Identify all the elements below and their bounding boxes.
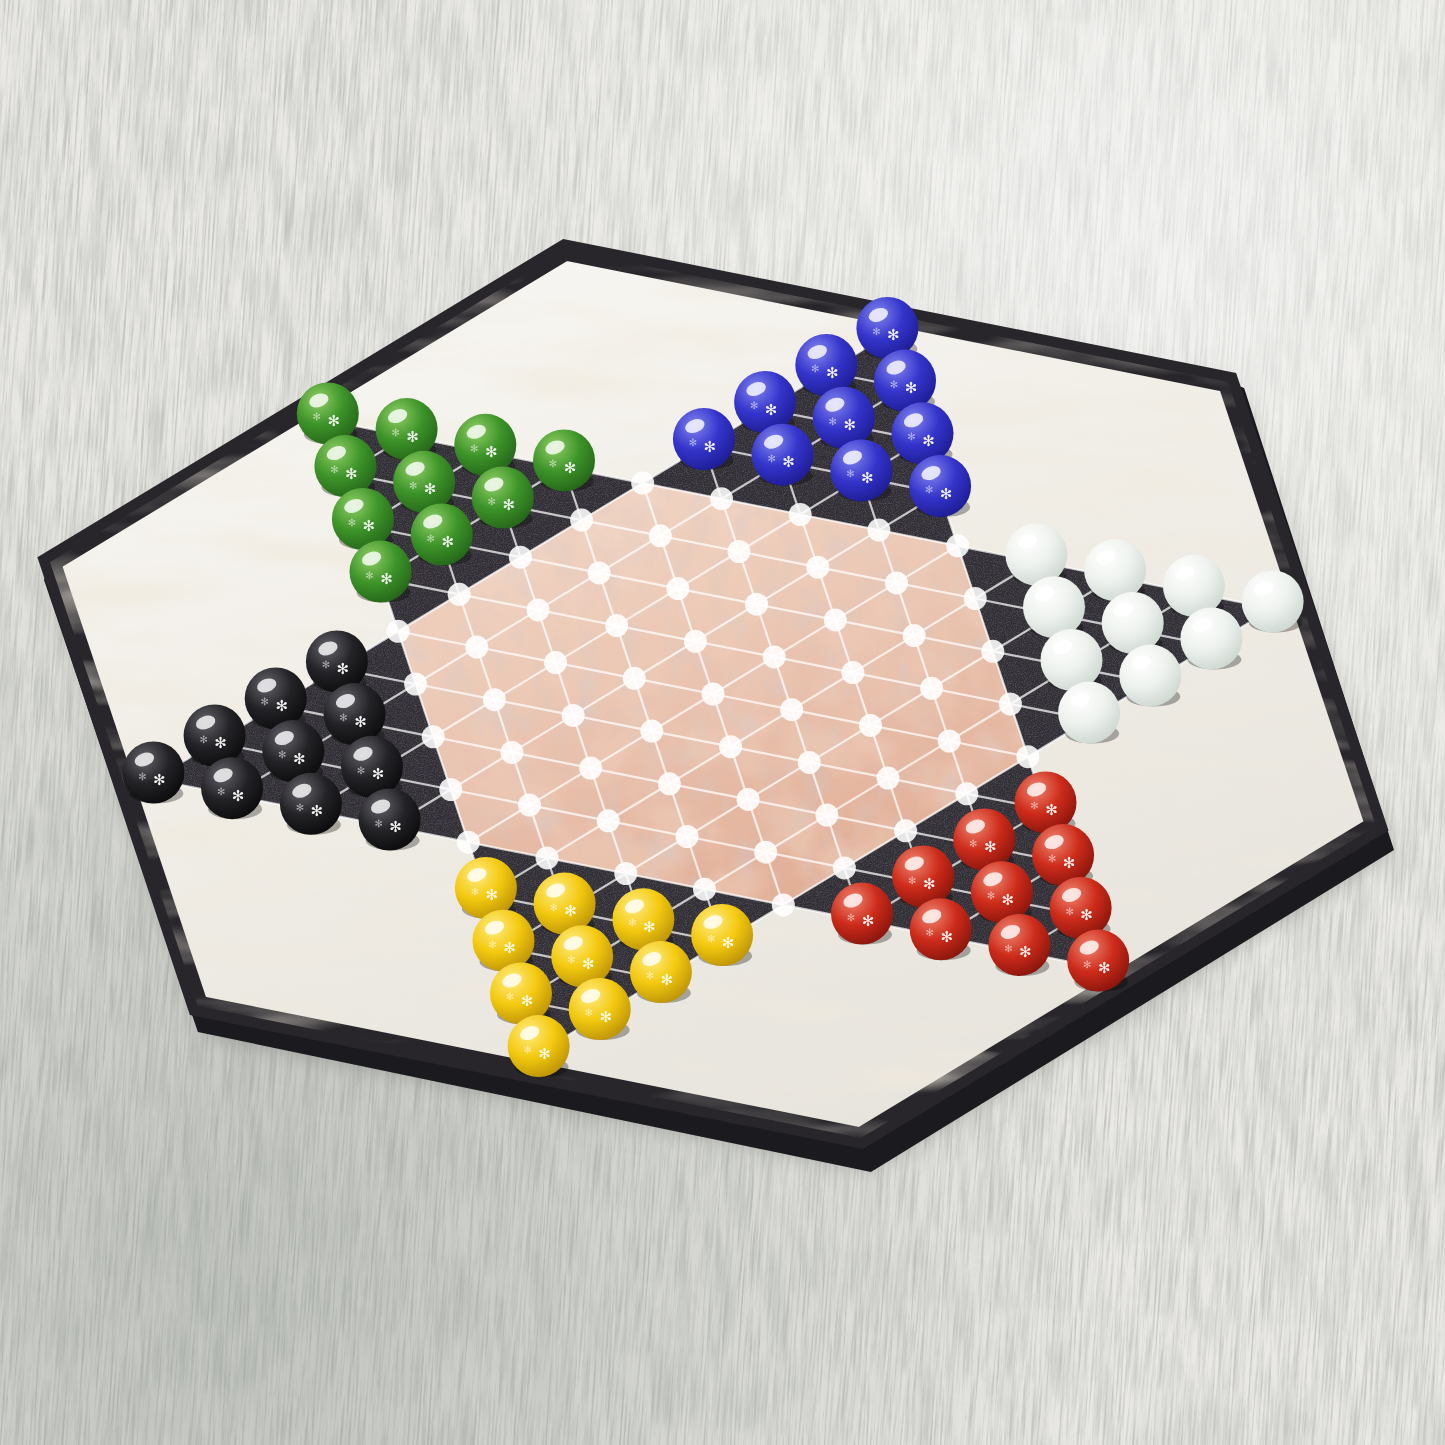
marble-decal-reflection: ✻ [890, 379, 898, 390]
marble-decal: ✻ [337, 660, 350, 678]
marble-decal-reflection: ✻ [488, 939, 496, 950]
grid-point[interactable] [877, 767, 900, 790]
marble-green[interactable]: ✻✻ [350, 541, 412, 603]
marble-red[interactable]: ✻✻ [892, 846, 954, 908]
marble-decal: ✻ [704, 438, 717, 456]
marble-red[interactable]: ✻✻ [971, 861, 1033, 923]
marble-black[interactable]: ✻✻ [184, 705, 246, 767]
grid-point[interactable] [588, 561, 611, 584]
marble-decal: ✻ [643, 918, 656, 936]
marble-blue[interactable]: ✻✻ [909, 455, 971, 517]
marble-decal: ✻ [905, 379, 918, 397]
marble-red[interactable]: ✻✻ [1067, 930, 1129, 992]
marble-yellow[interactable]: ✻✻ [569, 978, 631, 1040]
marble-white[interactable] [1180, 608, 1242, 670]
marble-decal: ✻ [862, 912, 875, 930]
marble-black[interactable]: ✻✻ [341, 736, 403, 798]
marble-red[interactable]: ✻✻ [910, 898, 972, 960]
marble-decal: ✻ [564, 902, 577, 920]
marble-decal: ✻ [441, 533, 454, 551]
grid-point[interactable] [894, 819, 917, 842]
marble-decal-reflection: ✻ [925, 484, 933, 495]
marble-decal-reflection: ✻ [646, 970, 654, 981]
grid-point[interactable] [719, 735, 742, 758]
marble-decal-reflection: ✻ [523, 1044, 531, 1055]
marble-black[interactable]: ✻✻ [306, 630, 368, 692]
marble-body [1023, 576, 1085, 638]
marble-decal-reflection: ✻ [628, 917, 636, 928]
marble-white[interactable] [1102, 592, 1164, 654]
marble-decal-reflection: ✻ [391, 427, 399, 438]
marble-decal-reflection: ✻ [767, 453, 775, 464]
grid-point[interactable] [885, 571, 908, 594]
marble-decal: ✻ [311, 802, 324, 820]
marble-decal: ✻ [293, 750, 306, 768]
marble-decal: ✻ [503, 496, 516, 514]
grid-point[interactable] [614, 862, 637, 885]
marble-decal: ✻ [503, 939, 516, 957]
marble-green[interactable]: ✻✻ [411, 504, 473, 566]
marble-red[interactable]: ✻✻ [988, 914, 1050, 976]
grid-point[interactable] [710, 487, 733, 510]
marble-decal-reflection: ✻ [471, 886, 479, 897]
marble-yellow[interactable]: ✻✻ [691, 904, 753, 966]
marble-decal: ✻ [661, 971, 674, 989]
marble-decal: ✻ [275, 697, 288, 715]
marble-decal-reflection: ✻ [374, 818, 382, 829]
grid-point[interactable] [527, 598, 550, 621]
marble-yellow[interactable]: ✻✻ [551, 925, 613, 987]
marble-white[interactable] [1005, 524, 1067, 586]
marble-decal: ✻ [722, 934, 735, 952]
marble-decal-reflection: ✻ [1065, 906, 1073, 917]
marble-green[interactable]: ✻✻ [297, 382, 359, 444]
grid-point[interactable] [536, 846, 559, 869]
grid-point[interactable] [518, 794, 541, 817]
marble-green[interactable]: ✻✻ [454, 414, 516, 476]
marble-white[interactable] [1058, 682, 1120, 744]
marble-blue[interactable]: ✻✻ [892, 402, 954, 464]
grid-point[interactable] [745, 593, 768, 616]
marble-decal-reflection: ✻ [217, 786, 225, 797]
marble-decal-reflection: ✻ [330, 464, 338, 475]
marble-red[interactable]: ✻✻ [1050, 877, 1112, 939]
grid-point[interactable] [798, 751, 821, 774]
marble-blue[interactable]: ✻✻ [874, 350, 936, 412]
marble-decal-reflection: ✻ [567, 954, 575, 965]
marble-decal: ✻ [1063, 854, 1076, 872]
marble-black[interactable]: ✻✻ [262, 720, 324, 782]
marble-decal-reflection: ✻ [846, 468, 854, 479]
grid-point[interactable] [676, 825, 699, 848]
marble-decal-reflection: ✻ [549, 902, 557, 913]
marble-decal: ✻ [345, 465, 358, 483]
grid-point[interactable] [605, 614, 628, 637]
marble-decal: ✻ [599, 1008, 612, 1026]
marble-decal-reflection: ✻ [488, 496, 496, 507]
marble-decal-reflection: ✻ [969, 838, 977, 849]
marble-decal-reflection: ✻ [926, 927, 934, 938]
marble-decal: ✻ [214, 734, 227, 752]
marble-yellow[interactable]: ✻✻ [490, 962, 552, 1024]
grid-point[interactable] [465, 636, 488, 659]
grid-point[interactable] [640, 720, 663, 743]
grid-point[interactable] [439, 778, 462, 801]
grid-point[interactable] [544, 651, 567, 674]
marble-decal: ✻ [1080, 906, 1093, 924]
marble-yellow[interactable]: ✻✻ [612, 888, 674, 950]
marble-blue[interactable]: ✻✻ [813, 387, 875, 449]
marble-decal: ✻ [564, 459, 577, 477]
marble-blue[interactable]: ✻✻ [830, 439, 892, 501]
marble-decal-reflection: ✻ [278, 749, 286, 760]
grid-point[interactable] [806, 556, 829, 579]
marble-body [1058, 682, 1120, 744]
marble-decal-reflection: ✻ [707, 933, 715, 944]
marble-decal-reflection: ✻ [549, 458, 557, 469]
marble-blue[interactable]: ✻✻ [752, 424, 814, 486]
marble-yellow[interactable]: ✻✻ [508, 1015, 570, 1077]
marble-decal: ✻ [521, 992, 534, 1010]
marble-decal-reflection: ✻ [585, 1007, 593, 1018]
marble-decal: ✻ [887, 326, 900, 344]
marble-decal-reflection: ✻ [872, 326, 880, 337]
marble-decal-reflection: ✻ [365, 570, 373, 581]
grid-point[interactable] [702, 683, 725, 706]
marble-decal: ✻ [1002, 891, 1015, 909]
marble-decal-reflection: ✻ [987, 890, 995, 901]
grid-point[interactable] [772, 893, 795, 916]
grid-point[interactable] [404, 673, 427, 696]
marble-decal-reflection: ✻ [750, 400, 758, 411]
marble-decal: ✻ [984, 838, 997, 856]
marble-decal: ✻ [328, 412, 341, 430]
grid-point[interactable] [780, 698, 803, 721]
marble-decal-reflection: ✻ [322, 659, 330, 670]
marble-body [1005, 524, 1067, 586]
marble-black[interactable]: ✻✻ [280, 773, 342, 835]
marble-decal: ✻ [940, 485, 953, 503]
marble-black[interactable]: ✻✻ [324, 683, 386, 745]
marble-decal-reflection: ✻ [908, 875, 916, 886]
marble-decal: ✻ [538, 1045, 551, 1063]
marble-black[interactable]: ✻✻ [122, 742, 184, 804]
marble-green[interactable]: ✻✻ [472, 467, 534, 529]
marble-blue[interactable]: ✻✻ [795, 334, 857, 396]
marble-red[interactable]: ✻✻ [953, 809, 1015, 871]
marble-decal-reflection: ✻ [313, 411, 321, 422]
grid-point[interactable] [457, 831, 480, 854]
grid-point[interactable] [448, 583, 471, 606]
grid-point[interactable] [597, 809, 620, 832]
marble-decal-reflection: ✻ [339, 712, 347, 723]
marble-decal: ✻ [354, 713, 367, 731]
marble-body [1180, 608, 1242, 670]
marble-black[interactable]: ✻✻ [359, 789, 421, 851]
grid-point[interactable] [570, 509, 593, 532]
marble-decal-reflection: ✻ [506, 991, 514, 1002]
marble-body [1242, 571, 1304, 633]
marble-black[interactable]: ✻✻ [201, 757, 263, 819]
marble-green[interactable]: ✻✻ [332, 488, 394, 550]
grid-point[interactable] [789, 503, 812, 526]
marble-yellow[interactable]: ✻✻ [473, 910, 535, 972]
marble-white[interactable] [1041, 629, 1103, 691]
marble-green[interactable]: ✻✻ [393, 451, 455, 513]
marble-white[interactable] [1163, 555, 1225, 617]
grid-point[interactable] [579, 757, 602, 780]
chinese-checkers-board: chinese-checkers ✻✻✻✻✻✻✻✻✻✻✻✻✻✻✻✻✻✻✻✻✻✻✻… [0, 0, 1445, 1445]
grid-point[interactable] [387, 620, 410, 643]
marble-white[interactable] [1023, 576, 1085, 638]
marble-decal-reflection: ✻ [357, 765, 365, 776]
marble-body [1041, 629, 1103, 691]
marble-decal: ✻ [922, 432, 935, 450]
marble-decal: ✻ [1098, 959, 1111, 977]
grid-point[interactable] [841, 661, 864, 684]
marble-decal-reflection: ✻ [199, 734, 207, 745]
marble-blue[interactable]: ✻✻ [856, 297, 918, 359]
grid-point[interactable] [938, 730, 961, 753]
marble-yellow[interactable]: ✻✻ [455, 857, 517, 919]
marble-body [1102, 592, 1164, 654]
marble-green[interactable]: ✻✻ [533, 429, 595, 491]
marble-decal: ✻ [765, 401, 778, 419]
scene: chinese-checkers ✻✻✻✻✻✻✻✻✻✻✻✻✻✻✻✻✻✻✻✻✻✻✻… [0, 0, 1445, 1445]
grid-point[interactable] [833, 856, 856, 879]
marble-decal-reflection: ✻ [348, 517, 356, 528]
marble-red[interactable]: ✻✻ [1015, 771, 1077, 833]
marble-body [1119, 645, 1181, 707]
board-root: ✻✻✻✻✻✻✻✻✻✻✻✻✻✻✻✻✻✻✻✻✻✻✻✻✻✻✻✻✻✻✻✻✻✻✻✻✻✻✻✻… [0, 0, 1445, 1445]
marble-decal: ✻ [861, 469, 874, 487]
grid-point[interactable] [946, 534, 969, 557]
marble-body [1084, 539, 1146, 601]
marble-body [1163, 555, 1225, 617]
grid-point[interactable] [763, 645, 786, 668]
marble-yellow[interactable]: ✻✻ [630, 941, 692, 1003]
grid-point[interactable] [815, 804, 838, 827]
grid-point[interactable] [754, 841, 777, 864]
marble-decal-reflection: ✻ [689, 437, 697, 448]
marble-decal: ✻ [232, 787, 245, 805]
marble-decal: ✻ [424, 480, 437, 498]
marble-decal: ✻ [380, 570, 393, 588]
marble-decal-reflection: ✻ [470, 443, 478, 454]
marble-decal-reflection: ✻ [138, 771, 146, 782]
marble-decal-reflection: ✻ [1030, 800, 1038, 811]
marble-black[interactable]: ✻✻ [245, 667, 307, 729]
marble-green[interactable]: ✻✻ [376, 398, 438, 460]
grid-point[interactable] [964, 587, 987, 610]
marble-decal: ✻ [372, 765, 385, 783]
marble-decal: ✻ [844, 416, 857, 434]
marble-red[interactable]: ✻✻ [831, 883, 893, 945]
marble-blue[interactable]: ✻✻ [734, 371, 796, 433]
grid-point[interactable] [728, 540, 751, 563]
marble-decal: ✻ [389, 818, 402, 836]
marble-decal-reflection: ✻ [811, 363, 819, 374]
marble-decal-reflection: ✻ [907, 431, 915, 442]
marble-decal: ✻ [153, 771, 166, 789]
grid-point[interactable] [684, 630, 707, 653]
marble-decal: ✻ [582, 955, 595, 973]
marble-decal: ✻ [1019, 943, 1032, 961]
grid-point[interactable] [658, 772, 681, 795]
grid-point[interactable] [955, 782, 978, 805]
marble-decal: ✻ [826, 364, 839, 382]
marble-green[interactable]: ✻✻ [314, 435, 376, 497]
grid-point[interactable] [981, 640, 1004, 663]
marble-decal: ✻ [486, 886, 499, 904]
marble-white[interactable] [1119, 645, 1181, 707]
marble-decal-reflection: ✻ [829, 416, 837, 427]
marble-decal: ✻ [940, 928, 953, 946]
grid-point[interactable] [903, 624, 926, 647]
grid-point[interactable] [859, 714, 882, 737]
marble-decal-reflection: ✻ [1048, 853, 1056, 864]
marble-red[interactable]: ✻✻ [1032, 824, 1094, 886]
marble-blue[interactable]: ✻✻ [673, 408, 735, 470]
grid-point[interactable] [562, 704, 585, 727]
marble-white[interactable] [1084, 539, 1146, 601]
marble-decal-reflection: ✻ [847, 912, 855, 923]
grid-point[interactable] [509, 546, 532, 569]
grid-point[interactable] [649, 524, 672, 547]
grid-point[interactable] [693, 878, 716, 901]
marble-decal-reflection: ✻ [296, 802, 304, 813]
grid-point[interactable] [631, 472, 654, 495]
grid-point[interactable] [920, 677, 943, 700]
grid-point[interactable] [500, 741, 523, 764]
marble-decal-reflection: ✻ [1083, 959, 1091, 970]
grid-point[interactable] [737, 788, 760, 811]
marble-decal-reflection: ✻ [261, 696, 269, 707]
marble-decal-reflection: ✻ [409, 480, 417, 491]
marble-yellow[interactable]: ✻✻ [534, 873, 596, 935]
marble-white[interactable] [1242, 571, 1304, 633]
grid-point[interactable] [483, 688, 506, 711]
marble-decal: ✻ [485, 443, 498, 461]
marble-decal: ✻ [406, 428, 419, 446]
grid-point[interactable] [867, 519, 890, 542]
grid-point[interactable] [999, 693, 1022, 716]
grid-point[interactable] [1016, 745, 1039, 768]
marble-decal: ✻ [923, 875, 936, 893]
marble-decal: ✻ [782, 453, 795, 471]
grid-point[interactable] [824, 608, 847, 631]
marble-decal: ✻ [1045, 801, 1058, 819]
grid-point[interactable] [666, 577, 689, 600]
marble-decal-reflection: ✻ [1004, 943, 1012, 954]
marble-decal: ✻ [363, 517, 376, 535]
grid-point[interactable] [422, 725, 445, 748]
grid-point[interactable] [623, 667, 646, 690]
marble-decal-reflection: ✻ [427, 533, 435, 544]
